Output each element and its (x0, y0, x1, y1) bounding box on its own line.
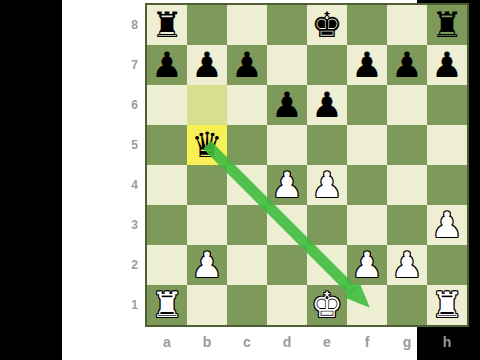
black-rook[interactable]: ♜ (427, 5, 467, 45)
square-g3[interactable] (387, 205, 427, 245)
square-g8[interactable] (387, 5, 427, 45)
square-d1[interactable] (267, 285, 307, 325)
square-c8[interactable] (227, 5, 267, 45)
black-pawn[interactable]: ♟ (427, 45, 467, 85)
square-e5[interactable] (307, 125, 347, 165)
square-g2[interactable]: ♟ (387, 245, 427, 285)
square-d4[interactable]: ♟ (267, 165, 307, 205)
white-rook[interactable]: ♜ (427, 285, 467, 325)
square-b2[interactable]: ♟ (187, 245, 227, 285)
white-pawn[interactable]: ♟ (427, 205, 467, 245)
file-label-a: a (147, 331, 187, 353)
square-e6[interactable]: ♟ (307, 85, 347, 125)
black-pawn[interactable]: ♟ (347, 45, 387, 85)
square-d3[interactable] (267, 205, 307, 245)
square-e3[interactable] (307, 205, 347, 245)
square-c7[interactable]: ♟ (227, 45, 267, 85)
square-h8[interactable]: ♜ (427, 5, 467, 45)
square-c4[interactable] (227, 165, 267, 205)
square-d7[interactable] (267, 45, 307, 85)
white-pawn[interactable]: ♟ (267, 165, 307, 205)
square-e1[interactable]: ♚ (307, 285, 347, 325)
square-d5[interactable] (267, 125, 307, 165)
square-f2[interactable]: ♟ (347, 245, 387, 285)
square-b5[interactable]: ♛ (187, 125, 227, 165)
square-e7[interactable] (307, 45, 347, 85)
file-label-b: b (187, 331, 227, 353)
square-c2[interactable] (227, 245, 267, 285)
black-pawn[interactable]: ♟ (227, 45, 267, 85)
square-b4[interactable] (187, 165, 227, 205)
square-a6[interactable] (147, 85, 187, 125)
square-f1[interactable] (347, 285, 387, 325)
black-pawn[interactable]: ♟ (267, 85, 307, 125)
white-pawn[interactable]: ♟ (387, 245, 427, 285)
square-b6[interactable] (187, 85, 227, 125)
page-background: { "game": "chess", "position": { "fen": … (0, 0, 480, 360)
square-a2[interactable] (147, 245, 187, 285)
square-h4[interactable] (427, 165, 467, 205)
file-label-f: f (347, 331, 387, 353)
white-king[interactable]: ♚ (307, 285, 347, 325)
rank-label-4: 4 (124, 165, 145, 205)
chess-board: ♜♚♜♟♟♟♟♟♟♟♟♛♟♟♟♟♟♟♜♚♜ (147, 5, 467, 325)
square-b3[interactable] (187, 205, 227, 245)
square-f8[interactable] (347, 5, 387, 45)
square-d6[interactable]: ♟ (267, 85, 307, 125)
rank-label-5: 5 (124, 125, 145, 165)
square-f7[interactable]: ♟ (347, 45, 387, 85)
black-pawn[interactable]: ♟ (187, 45, 227, 85)
square-h6[interactable] (427, 85, 467, 125)
square-g7[interactable]: ♟ (387, 45, 427, 85)
file-label-g: g (387, 331, 427, 353)
square-a8[interactable]: ♜ (147, 5, 187, 45)
file-labels: abcdefgh (147, 331, 467, 353)
video-frame: 87654321 ♜♚♜♟♟♟♟♟♟♟♟♛♟♟♟♟♟♟♜♚♜ abcdefgh (62, 0, 417, 360)
square-e4[interactable]: ♟ (307, 165, 347, 205)
square-h2[interactable] (427, 245, 467, 285)
square-f6[interactable] (347, 85, 387, 125)
black-rook[interactable]: ♜ (147, 5, 187, 45)
square-h1[interactable]: ♜ (427, 285, 467, 325)
file-label-c: c (227, 331, 267, 353)
black-pawn[interactable]: ♟ (387, 45, 427, 85)
rank-label-1: 1 (124, 285, 145, 325)
rank-labels: 87654321 (124, 5, 145, 325)
square-e2[interactable] (307, 245, 347, 285)
square-b1[interactable] (187, 285, 227, 325)
rank-label-2: 2 (124, 245, 145, 285)
file-label-d: d (267, 331, 307, 353)
square-c3[interactable] (227, 205, 267, 245)
black-king[interactable]: ♚ (307, 5, 347, 45)
rank-label-3: 3 (124, 205, 145, 245)
square-g4[interactable] (387, 165, 427, 205)
square-d2[interactable] (267, 245, 307, 285)
black-pawn[interactable]: ♟ (307, 85, 347, 125)
square-g5[interactable] (387, 125, 427, 165)
square-h7[interactable]: ♟ (427, 45, 467, 85)
square-a7[interactable]: ♟ (147, 45, 187, 85)
square-h5[interactable] (427, 125, 467, 165)
square-h3[interactable]: ♟ (427, 205, 467, 245)
rank-label-6: 6 (124, 85, 145, 125)
square-f4[interactable] (347, 165, 387, 205)
square-c5[interactable] (227, 125, 267, 165)
rank-label-8: 8 (124, 5, 145, 45)
rank-label-7: 7 (124, 45, 145, 85)
square-e8[interactable]: ♚ (307, 5, 347, 45)
square-g6[interactable] (387, 85, 427, 125)
square-b8[interactable] (187, 5, 227, 45)
square-g1[interactable] (387, 285, 427, 325)
file-label-h: h (427, 331, 467, 353)
white-rook[interactable]: ♜ (147, 285, 187, 325)
white-pawn[interactable]: ♟ (307, 165, 347, 205)
square-d8[interactable] (267, 5, 307, 45)
square-c6[interactable] (227, 85, 267, 125)
black-pawn[interactable]: ♟ (147, 45, 187, 85)
file-label-e: e (307, 331, 347, 353)
white-pawn[interactable]: ♟ (187, 245, 227, 285)
square-a1[interactable]: ♜ (147, 285, 187, 325)
square-b7[interactable]: ♟ (187, 45, 227, 85)
square-a4[interactable] (147, 165, 187, 205)
square-a5[interactable] (147, 125, 187, 165)
square-f3[interactable] (347, 205, 387, 245)
square-f5[interactable] (347, 125, 387, 165)
square-c1[interactable] (227, 285, 267, 325)
white-pawn[interactable]: ♟ (347, 245, 387, 285)
black-queen[interactable]: ♛ (187, 125, 227, 165)
square-a3[interactable] (147, 205, 187, 245)
board-frame: ♜♚♜♟♟♟♟♟♟♟♟♛♟♟♟♟♟♟♜♚♜ (145, 3, 469, 327)
